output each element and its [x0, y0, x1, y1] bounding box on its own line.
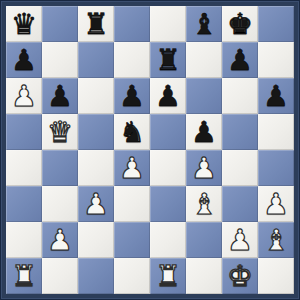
square-b1[interactable] — [42, 258, 78, 294]
square-f1[interactable] — [186, 258, 222, 294]
square-d1[interactable] — [114, 258, 150, 294]
square-f8[interactable]: ♝ — [186, 6, 222, 42]
piece-black-pawn[interactable]: ♟ — [186, 114, 222, 150]
square-h6[interactable]: ♟ — [258, 78, 294, 114]
square-g5[interactable] — [222, 114, 258, 150]
piece-white-pawn[interactable]: ♟ — [222, 222, 258, 258]
square-c5[interactable] — [78, 114, 114, 150]
square-e6[interactable]: ♟ — [150, 78, 186, 114]
chess-board-frame: ♛♜♝♚♟♜♟♟♟♟♟♟♛♞♟♟♟♟♝♟♟♟♝♜♜♚ — [0, 0, 300, 300]
square-b2[interactable]: ♟ — [42, 222, 78, 258]
square-g1[interactable]: ♚ — [222, 258, 258, 294]
square-g2[interactable]: ♟ — [222, 222, 258, 258]
piece-white-bishop[interactable]: ♝ — [186, 186, 222, 222]
square-d5[interactable]: ♞ — [114, 114, 150, 150]
square-d2[interactable] — [114, 222, 150, 258]
piece-black-king[interactable]: ♚ — [222, 6, 258, 42]
square-e7[interactable]: ♜ — [150, 42, 186, 78]
piece-black-pawn[interactable]: ♟ — [42, 78, 78, 114]
square-b8[interactable] — [42, 6, 78, 42]
piece-black-pawn[interactable]: ♟ — [222, 42, 258, 78]
square-f3[interactable]: ♝ — [186, 186, 222, 222]
square-h5[interactable] — [258, 114, 294, 150]
square-e3[interactable] — [150, 186, 186, 222]
piece-black-pawn[interactable]: ♟ — [258, 78, 294, 114]
square-h7[interactable] — [258, 42, 294, 78]
square-g8[interactable]: ♚ — [222, 6, 258, 42]
square-h1[interactable] — [258, 258, 294, 294]
piece-white-pawn[interactable]: ♟ — [114, 150, 150, 186]
square-b7[interactable] — [42, 42, 78, 78]
square-e8[interactable] — [150, 6, 186, 42]
piece-white-pawn[interactable]: ♟ — [42, 222, 78, 258]
square-a7[interactable]: ♟ — [6, 42, 42, 78]
square-a1[interactable]: ♜ — [6, 258, 42, 294]
square-a2[interactable] — [6, 222, 42, 258]
square-c7[interactable] — [78, 42, 114, 78]
piece-black-rook[interactable]: ♜ — [150, 42, 186, 78]
square-a3[interactable] — [6, 186, 42, 222]
square-f2[interactable] — [186, 222, 222, 258]
square-h2[interactable]: ♝ — [258, 222, 294, 258]
piece-white-pawn[interactable]: ♟ — [78, 186, 114, 222]
square-d4[interactable]: ♟ — [114, 150, 150, 186]
piece-black-bishop[interactable]: ♝ — [186, 6, 222, 42]
square-f6[interactable] — [186, 78, 222, 114]
piece-black-queen[interactable]: ♛ — [6, 6, 42, 42]
square-a6[interactable]: ♟ — [6, 78, 42, 114]
piece-white-king[interactable]: ♚ — [222, 258, 258, 294]
square-b3[interactable] — [42, 186, 78, 222]
square-b4[interactable] — [42, 150, 78, 186]
square-c8[interactable]: ♜ — [78, 6, 114, 42]
piece-white-queen[interactable]: ♛ — [42, 114, 78, 150]
square-d7[interactable] — [114, 42, 150, 78]
square-h3[interactable]: ♟ — [258, 186, 294, 222]
piece-black-knight[interactable]: ♞ — [114, 114, 150, 150]
square-e1[interactable]: ♜ — [150, 258, 186, 294]
square-g6[interactable] — [222, 78, 258, 114]
square-a5[interactable] — [6, 114, 42, 150]
square-c4[interactable] — [78, 150, 114, 186]
square-e2[interactable] — [150, 222, 186, 258]
piece-white-pawn[interactable]: ♟ — [6, 78, 42, 114]
square-g7[interactable]: ♟ — [222, 42, 258, 78]
square-d8[interactable] — [114, 6, 150, 42]
chess-board: ♛♜♝♚♟♜♟♟♟♟♟♟♛♞♟♟♟♟♝♟♟♟♝♜♜♚ — [6, 6, 294, 294]
square-e5[interactable] — [150, 114, 186, 150]
square-c6[interactable] — [78, 78, 114, 114]
piece-white-rook[interactable]: ♜ — [6, 258, 42, 294]
piece-black-pawn[interactable]: ♟ — [150, 78, 186, 114]
piece-black-rook[interactable]: ♜ — [78, 6, 114, 42]
piece-black-pawn[interactable]: ♟ — [114, 78, 150, 114]
square-h8[interactable] — [258, 6, 294, 42]
square-a8[interactable]: ♛ — [6, 6, 42, 42]
square-c3[interactable]: ♟ — [78, 186, 114, 222]
square-f5[interactable]: ♟ — [186, 114, 222, 150]
square-c2[interactable] — [78, 222, 114, 258]
square-d6[interactable]: ♟ — [114, 78, 150, 114]
piece-white-bishop[interactable]: ♝ — [258, 222, 294, 258]
square-f7[interactable] — [186, 42, 222, 78]
square-c1[interactable] — [78, 258, 114, 294]
piece-white-rook[interactable]: ♜ — [150, 258, 186, 294]
piece-white-pawn[interactable]: ♟ — [186, 150, 222, 186]
square-d3[interactable] — [114, 186, 150, 222]
square-h4[interactable] — [258, 150, 294, 186]
square-g4[interactable] — [222, 150, 258, 186]
square-b5[interactable]: ♛ — [42, 114, 78, 150]
square-f4[interactable]: ♟ — [186, 150, 222, 186]
piece-black-pawn[interactable]: ♟ — [6, 42, 42, 78]
square-e4[interactable] — [150, 150, 186, 186]
square-b6[interactable]: ♟ — [42, 78, 78, 114]
square-a4[interactable] — [6, 150, 42, 186]
piece-white-pawn[interactable]: ♟ — [258, 186, 294, 222]
square-g3[interactable] — [222, 186, 258, 222]
